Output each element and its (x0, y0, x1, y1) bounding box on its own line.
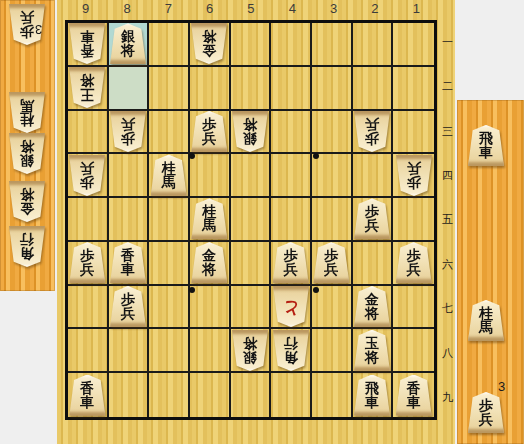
sente-piece[interactable]: 桂馬 (191, 198, 227, 239)
square-3-2[interactable] (312, 67, 353, 111)
rank-label: 一 (440, 20, 455, 64)
board-grid: 香車銀将金将王将歩兵歩兵銀将歩兵歩兵桂馬歩兵桂馬歩兵歩兵香車金将歩兵歩兵歩兵歩兵… (68, 23, 434, 417)
square-3-8[interactable] (312, 329, 353, 373)
hoshi-dot (313, 153, 319, 159)
sente-captured-tray: 飛車桂馬歩兵3 (457, 100, 524, 444)
square-6-9[interactable] (190, 373, 231, 417)
hoshi-dot (189, 153, 195, 159)
square-8-4[interactable] (109, 154, 150, 198)
gote-piece[interactable]: 歩兵 (354, 111, 390, 152)
sente-piece[interactable]: 歩兵 (313, 242, 349, 283)
board-frame: 香車銀将金将王将歩兵歩兵銀将歩兵歩兵桂馬歩兵桂馬歩兵歩兵香車金将歩兵歩兵歩兵歩兵… (65, 20, 437, 420)
square-7-6[interactable] (149, 242, 190, 286)
square-6-3[interactable]: 歩兵 (190, 111, 231, 155)
gote-piece[interactable]: 銀将 (9, 133, 45, 174)
square-6-4[interactable] (190, 154, 231, 198)
sente-piece[interactable]: 歩兵 (396, 242, 432, 283)
sente-piece[interactable]: 金将 (354, 286, 390, 327)
square-1-2[interactable] (393, 67, 434, 111)
gote-piece[interactable]: 歩兵 (110, 111, 146, 152)
square-2-6[interactable] (353, 242, 394, 286)
square-5-6[interactable] (231, 242, 272, 286)
gote-piece[interactable]: 歩兵 (396, 155, 432, 196)
sente-piece[interactable]: 歩兵 (468, 392, 504, 433)
sente-piece[interactable]: 桂馬 (151, 155, 187, 196)
gote-piece[interactable]: 王将 (69, 67, 105, 108)
square-1-6[interactable]: 歩兵 (393, 242, 434, 286)
sente-piece[interactable]: 香車 (69, 375, 105, 416)
sente-piece[interactable]: 桂馬 (468, 300, 504, 341)
gote-pawn-count: 3 (35, 22, 42, 37)
square-7-2[interactable] (149, 67, 190, 111)
sente-piece[interactable]: 金将 (191, 242, 227, 283)
square-8-6[interactable]: 香車 (109, 242, 150, 286)
square-9-9[interactable]: 香車 (68, 373, 109, 417)
square-8-9[interactable] (109, 373, 150, 417)
sente-piece[interactable]: 香車 (396, 375, 432, 416)
file-label: 5 (230, 1, 271, 18)
square-5-8[interactable]: 銀将 (231, 329, 272, 373)
square-2-5[interactable]: 歩兵 (353, 198, 394, 242)
gote-piece[interactable]: 銀将 (232, 111, 268, 152)
square-5-7[interactable] (231, 286, 272, 330)
square-3-1[interactable] (312, 23, 353, 67)
rank-labels: 一二三四五六七八九 (440, 20, 455, 420)
square-8-1[interactable]: 銀将 (109, 23, 150, 67)
gote-piece[interactable]: と (273, 286, 309, 327)
gote-captured-tray: 歩兵3桂馬銀将金将角行 (0, 0, 55, 291)
sente-piece[interactable]: 歩兵 (273, 242, 309, 283)
file-label: 4 (272, 1, 313, 18)
square-4-6[interactable]: 歩兵 (271, 242, 312, 286)
rank-label: 九 (440, 376, 455, 420)
square-9-5[interactable] (68, 198, 109, 242)
sente-piece[interactable]: 歩兵 (110, 286, 146, 327)
square-6-1[interactable]: 金将 (190, 23, 231, 67)
gote-piece[interactable]: 銀将 (232, 330, 268, 371)
rank-label: 二 (440, 64, 455, 108)
square-2-8[interactable]: 玉将 (353, 329, 394, 373)
sente-piece[interactable]: 玉将 (354, 330, 390, 371)
square-9-1[interactable]: 香車 (68, 23, 109, 67)
file-labels: 987654321 (65, 1, 437, 18)
square-1-1[interactable] (393, 23, 434, 67)
square-4-4[interactable] (271, 154, 312, 198)
square-6-6[interactable]: 金将 (190, 242, 231, 286)
square-9-8[interactable] (68, 329, 109, 373)
square-3-7[interactable] (312, 286, 353, 330)
square-4-3[interactable] (271, 111, 312, 155)
square-4-9[interactable] (271, 373, 312, 417)
square-7-9[interactable] (149, 373, 190, 417)
square-6-8[interactable] (190, 329, 231, 373)
gote-piece[interactable]: 金将 (9, 181, 45, 222)
square-9-3[interactable] (68, 111, 109, 155)
shogi-app: 歩兵3桂馬銀将金将角行 987654321 一二三四五六七八九 香車銀将金将王将… (0, 0, 524, 444)
file-label: 2 (354, 1, 395, 18)
gote-piece[interactable]: 角行 (9, 226, 45, 267)
square-3-3[interactable] (312, 111, 353, 155)
sente-pawn-count: 3 (498, 379, 505, 394)
file-label: 1 (396, 1, 437, 18)
square-5-1[interactable] (231, 23, 272, 67)
sente-piece[interactable]: 飛車 (468, 125, 504, 166)
square-9-6[interactable]: 歩兵 (68, 242, 109, 286)
square-6-7[interactable] (190, 286, 231, 330)
square-6-5[interactable]: 桂馬 (190, 198, 231, 242)
square-1-3[interactable] (393, 111, 434, 155)
rank-label: 八 (440, 331, 455, 375)
square-8-2[interactable] (109, 67, 150, 111)
gote-piece[interactable]: 角行 (273, 330, 309, 371)
gote-piece[interactable]: 金将 (191, 23, 227, 64)
rank-label: 三 (440, 109, 455, 153)
square-4-2[interactable] (271, 67, 312, 111)
sente-piece[interactable]: 飛車 (354, 375, 390, 416)
square-7-1[interactable] (149, 23, 190, 67)
square-4-1[interactable] (271, 23, 312, 67)
square-4-8[interactable]: 角行 (271, 329, 312, 373)
square-8-7[interactable]: 歩兵 (109, 286, 150, 330)
square-5-5[interactable] (231, 198, 272, 242)
square-7-4[interactable]: 桂馬 (149, 154, 190, 198)
square-4-5[interactable] (271, 198, 312, 242)
sente-piece[interactable]: 歩兵 (191, 111, 227, 152)
square-1-9[interactable]: 香車 (393, 373, 434, 417)
file-label: 9 (65, 1, 106, 18)
square-4-7[interactable]: と (271, 286, 312, 330)
square-2-2[interactable] (353, 67, 394, 111)
sente-piece[interactable]: 香車 (110, 242, 146, 283)
hoshi-dot (189, 287, 195, 293)
square-7-5[interactable] (149, 198, 190, 242)
square-2-3[interactable]: 歩兵 (353, 111, 394, 155)
sente-piece[interactable]: 銀将 (110, 23, 146, 64)
square-8-5[interactable] (109, 198, 150, 242)
square-8-3[interactable]: 歩兵 (109, 111, 150, 155)
file-label: 6 (189, 1, 230, 18)
hoshi-dot (313, 287, 319, 293)
square-9-7[interactable] (68, 286, 109, 330)
rank-label: 五 (440, 198, 455, 242)
square-7-8[interactable] (149, 329, 190, 373)
square-5-4[interactable] (231, 154, 272, 198)
square-9-4[interactable]: 歩兵 (68, 154, 109, 198)
square-2-1[interactable] (353, 23, 394, 67)
board-area: 987654321 一二三四五六七八九 香車銀将金将王将歩兵歩兵銀将歩兵歩兵桂馬… (57, 0, 455, 444)
square-5-3[interactable]: 銀将 (231, 111, 272, 155)
square-2-9[interactable]: 飛車 (353, 373, 394, 417)
file-label: 7 (148, 1, 189, 18)
gote-piece[interactable]: 香車 (69, 23, 105, 64)
square-2-4[interactable] (353, 154, 394, 198)
square-1-4[interactable]: 歩兵 (393, 154, 434, 198)
square-3-6[interactable]: 歩兵 (312, 242, 353, 286)
square-7-7[interactable] (149, 286, 190, 330)
square-3-9[interactable] (312, 373, 353, 417)
square-5-2[interactable] (231, 67, 272, 111)
gote-piece[interactable]: 歩兵 (69, 155, 105, 196)
file-label: 8 (106, 1, 147, 18)
square-7-3[interactable] (149, 111, 190, 155)
square-8-8[interactable] (109, 329, 150, 373)
square-5-9[interactable] (231, 373, 272, 417)
square-1-8[interactable] (393, 329, 434, 373)
file-label: 3 (313, 1, 354, 18)
square-9-2[interactable]: 王将 (68, 67, 109, 111)
square-1-5[interactable] (393, 198, 434, 242)
square-6-2[interactable] (190, 67, 231, 111)
sente-piece[interactable]: 歩兵 (69, 242, 105, 283)
sente-piece[interactable]: 歩兵 (354, 198, 390, 239)
square-1-7[interactable] (393, 286, 434, 330)
rank-label: 七 (440, 287, 455, 331)
rank-label: 四 (440, 153, 455, 197)
rank-label: 六 (440, 242, 455, 286)
gote-piece[interactable]: 桂馬 (9, 92, 45, 133)
square-2-7[interactable]: 金将 (353, 286, 394, 330)
square-3-4[interactable] (312, 154, 353, 198)
square-3-5[interactable] (312, 198, 353, 242)
